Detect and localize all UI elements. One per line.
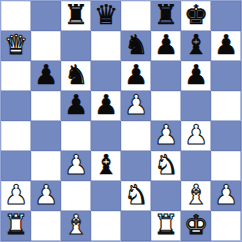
white-knight-icon: ♞ bbox=[124, 181, 148, 210]
square-e1[interactable] bbox=[121, 211, 151, 241]
white-pawn-icon: ♟ bbox=[154, 121, 178, 150]
black-pawn-icon: ♟ bbox=[154, 31, 178, 60]
square-f8[interactable]: ♜ bbox=[151, 1, 181, 31]
square-c6[interactable]: ♞ bbox=[61, 61, 91, 91]
square-d6[interactable] bbox=[91, 61, 121, 91]
square-h7[interactable]: ♟ bbox=[211, 31, 241, 61]
white-king-icon: ♚ bbox=[184, 211, 208, 240]
square-d5[interactable]: ♟ bbox=[91, 91, 121, 121]
square-a4[interactable] bbox=[1, 121, 31, 151]
black-knight-icon: ♞ bbox=[124, 31, 148, 60]
square-f2[interactable] bbox=[151, 181, 181, 211]
square-g7[interactable]: ♝ bbox=[181, 31, 211, 61]
white-queen-icon: ♛ bbox=[4, 31, 28, 60]
square-d8[interactable]: ♛ bbox=[91, 1, 121, 31]
chess-board: ♜♛♜♚♛♞♟♝♟♟♞♟♟♟♟♟♟♟♟♝♞♟♟♞♝♟♜♝♜♚ bbox=[0, 0, 242, 242]
white-bishop-icon: ♝ bbox=[64, 211, 88, 240]
square-g1[interactable]: ♚ bbox=[181, 211, 211, 241]
black-pawn-icon: ♟ bbox=[124, 61, 148, 90]
square-g8[interactable]: ♚ bbox=[181, 1, 211, 31]
black-queen-icon: ♛ bbox=[94, 1, 118, 30]
square-f4[interactable]: ♟ bbox=[151, 121, 181, 151]
white-pawn-icon: ♟ bbox=[214, 181, 238, 210]
white-knight-icon: ♞ bbox=[154, 151, 178, 180]
black-pawn-icon: ♟ bbox=[34, 61, 58, 90]
black-bishop-icon: ♝ bbox=[94, 151, 118, 180]
square-a2[interactable]: ♟ bbox=[1, 181, 31, 211]
square-c8[interactable]: ♜ bbox=[61, 1, 91, 31]
white-pawn-icon: ♟ bbox=[4, 181, 28, 210]
square-d1[interactable] bbox=[91, 211, 121, 241]
square-h4[interactable] bbox=[211, 121, 241, 151]
square-b1[interactable] bbox=[31, 211, 61, 241]
square-h8[interactable] bbox=[211, 1, 241, 31]
square-e2[interactable]: ♞ bbox=[121, 181, 151, 211]
square-h2[interactable]: ♟ bbox=[211, 181, 241, 211]
square-e7[interactable]: ♞ bbox=[121, 31, 151, 61]
white-pawn-icon: ♟ bbox=[34, 181, 58, 210]
square-b5[interactable] bbox=[31, 91, 61, 121]
square-g5[interactable] bbox=[181, 91, 211, 121]
square-g6[interactable]: ♟ bbox=[181, 61, 211, 91]
black-rook-icon: ♜ bbox=[154, 1, 178, 30]
square-f7[interactable]: ♟ bbox=[151, 31, 181, 61]
black-pawn-icon: ♟ bbox=[214, 31, 238, 60]
square-f1[interactable]: ♜ bbox=[151, 211, 181, 241]
square-b4[interactable] bbox=[31, 121, 61, 151]
black-bishop-icon: ♝ bbox=[184, 31, 208, 60]
square-h5[interactable] bbox=[211, 91, 241, 121]
white-pawn-icon: ♟ bbox=[124, 91, 148, 120]
square-b7[interactable] bbox=[31, 31, 61, 61]
square-c2[interactable] bbox=[61, 181, 91, 211]
white-rook-icon: ♜ bbox=[154, 211, 178, 240]
square-e8[interactable] bbox=[121, 1, 151, 31]
square-e4[interactable] bbox=[121, 121, 151, 151]
white-pawn-icon: ♟ bbox=[64, 151, 88, 180]
square-e5[interactable]: ♟ bbox=[121, 91, 151, 121]
square-c3[interactable]: ♟ bbox=[61, 151, 91, 181]
black-rook-icon: ♜ bbox=[64, 1, 88, 30]
square-b2[interactable]: ♟ bbox=[31, 181, 61, 211]
square-b6[interactable]: ♟ bbox=[31, 61, 61, 91]
square-d7[interactable] bbox=[91, 31, 121, 61]
white-bishop-icon: ♝ bbox=[184, 181, 208, 210]
square-h3[interactable] bbox=[211, 151, 241, 181]
square-c1[interactable]: ♝ bbox=[61, 211, 91, 241]
black-pawn-icon: ♟ bbox=[94, 91, 118, 120]
square-c4[interactable] bbox=[61, 121, 91, 151]
black-pawn-icon: ♟ bbox=[184, 61, 208, 90]
square-d2[interactable] bbox=[91, 181, 121, 211]
square-a5[interactable] bbox=[1, 91, 31, 121]
square-c7[interactable] bbox=[61, 31, 91, 61]
black-king-icon: ♚ bbox=[184, 1, 208, 30]
square-e6[interactable]: ♟ bbox=[121, 61, 151, 91]
square-f6[interactable] bbox=[151, 61, 181, 91]
white-pawn-icon: ♟ bbox=[184, 121, 208, 150]
square-d4[interactable] bbox=[91, 121, 121, 151]
square-a6[interactable] bbox=[1, 61, 31, 91]
square-a1[interactable]: ♜ bbox=[1, 211, 31, 241]
black-knight-icon: ♞ bbox=[64, 61, 88, 90]
square-c5[interactable]: ♟ bbox=[61, 91, 91, 121]
square-g2[interactable]: ♝ bbox=[181, 181, 211, 211]
square-a8[interactable] bbox=[1, 1, 31, 31]
black-pawn-icon: ♟ bbox=[64, 91, 88, 120]
square-g3[interactable] bbox=[181, 151, 211, 181]
square-f3[interactable]: ♞ bbox=[151, 151, 181, 181]
square-a3[interactable] bbox=[1, 151, 31, 181]
square-h1[interactable] bbox=[211, 211, 241, 241]
square-g4[interactable]: ♟ bbox=[181, 121, 211, 151]
white-rook-icon: ♜ bbox=[4, 211, 28, 240]
square-h6[interactable] bbox=[211, 61, 241, 91]
square-e3[interactable] bbox=[121, 151, 151, 181]
square-a7[interactable]: ♛ bbox=[1, 31, 31, 61]
square-b8[interactable] bbox=[31, 1, 61, 31]
square-d3[interactable]: ♝ bbox=[91, 151, 121, 181]
square-b3[interactable] bbox=[31, 151, 61, 181]
square-f5[interactable] bbox=[151, 91, 181, 121]
